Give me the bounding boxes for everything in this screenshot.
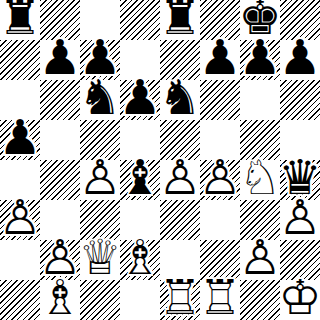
- square-c3[interactable]: [80, 200, 120, 240]
- square-g3[interactable]: [240, 200, 280, 240]
- square-a6[interactable]: [0, 80, 40, 120]
- square-d1[interactable]: [120, 280, 160, 320]
- square-h3[interactable]: ♟♙: [280, 200, 320, 240]
- square-e7[interactable]: [160, 40, 200, 80]
- square-a2[interactable]: [0, 240, 40, 280]
- square-g1[interactable]: [240, 280, 280, 320]
- square-f3[interactable]: [200, 200, 240, 240]
- square-g6[interactable]: [240, 80, 280, 120]
- square-c2[interactable]: ♛♕: [80, 240, 120, 280]
- black-pawn: ♟♟: [118, 77, 161, 117]
- square-f8[interactable]: [200, 0, 240, 40]
- white-pawn: ♟♙: [238, 237, 281, 277]
- black-king: ♚♚: [238, 0, 281, 37]
- square-h4[interactable]: ♛♛: [280, 160, 320, 200]
- black-queen: ♛♛: [278, 157, 320, 197]
- square-d7[interactable]: [120, 40, 160, 80]
- white-pawn: ♟♙: [198, 157, 241, 197]
- square-c7[interactable]: ♟♟: [80, 40, 120, 80]
- square-d2[interactable]: ♝♗: [120, 240, 160, 280]
- square-c1[interactable]: [80, 280, 120, 320]
- square-b1[interactable]: ♝♗: [40, 280, 80, 320]
- square-f2[interactable]: [200, 240, 240, 280]
- white-pawn: ♟♙: [38, 237, 81, 277]
- square-e5[interactable]: [160, 120, 200, 160]
- square-h5[interactable]: [280, 120, 320, 160]
- square-e6[interactable]: ♞♞: [160, 80, 200, 120]
- square-a5[interactable]: ♟♟: [0, 120, 40, 160]
- white-pawn: ♟♙: [158, 157, 201, 197]
- square-f5[interactable]: [200, 120, 240, 160]
- black-rook: ♜♜: [158, 0, 201, 37]
- black-pawn: ♟♟: [278, 37, 320, 77]
- white-queen: ♛♕: [78, 237, 121, 277]
- square-g8[interactable]: ♚♚: [240, 0, 280, 40]
- square-e1[interactable]: ♜♖: [160, 280, 200, 320]
- white-pawn: ♟♙: [78, 157, 121, 197]
- square-g4[interactable]: ♞♘: [240, 160, 280, 200]
- square-b2[interactable]: ♟♙: [40, 240, 80, 280]
- white-king: ♚♔: [278, 277, 320, 317]
- white-rook: ♜♖: [158, 277, 201, 317]
- square-b7[interactable]: ♟♟: [40, 40, 80, 80]
- square-e4[interactable]: ♟♙: [160, 160, 200, 200]
- square-d5[interactable]: [120, 120, 160, 160]
- square-h2[interactable]: [280, 240, 320, 280]
- square-d8[interactable]: [120, 0, 160, 40]
- square-c4[interactable]: ♟♙: [80, 160, 120, 200]
- white-knight: ♞♘: [238, 157, 281, 197]
- square-f7[interactable]: ♟♟: [200, 40, 240, 80]
- black-pawn: ♟♟: [0, 117, 42, 157]
- white-rook: ♜♖: [198, 277, 241, 317]
- chess-board: ♜♜♜♜♚♚♟♟♟♟♟♟♟♟♟♟♞♞♟♟♞♞♟♟♟♙♝♝♟♙♟♙♞♘♛♛♟♙♟♙…: [0, 0, 320, 320]
- white-bishop: ♝♗: [38, 277, 81, 317]
- square-g2[interactable]: ♟♙: [240, 240, 280, 280]
- square-a4[interactable]: [0, 160, 40, 200]
- square-e8[interactable]: ♜♜: [160, 0, 200, 40]
- square-a7[interactable]: [0, 40, 40, 80]
- black-bishop: ♝♝: [118, 157, 161, 197]
- square-h6[interactable]: [280, 80, 320, 120]
- black-pawn: ♟♟: [198, 37, 241, 77]
- square-e2[interactable]: [160, 240, 200, 280]
- square-b5[interactable]: [40, 120, 80, 160]
- black-pawn: ♟♟: [238, 37, 281, 77]
- square-e3[interactable]: [160, 200, 200, 240]
- black-knight: ♞♞: [78, 77, 121, 117]
- square-f6[interactable]: [200, 80, 240, 120]
- white-pawn: ♟♙: [278, 197, 320, 237]
- square-h1[interactable]: ♚♔: [280, 280, 320, 320]
- square-d3[interactable]: [120, 200, 160, 240]
- square-c5[interactable]: [80, 120, 120, 160]
- square-h8[interactable]: [280, 0, 320, 40]
- square-f4[interactable]: ♟♙: [200, 160, 240, 200]
- square-c6[interactable]: ♞♞: [80, 80, 120, 120]
- black-knight: ♞♞: [158, 77, 201, 117]
- white-bishop: ♝♗: [118, 237, 161, 277]
- square-a1[interactable]: [0, 280, 40, 320]
- square-f1[interactable]: ♜♖: [200, 280, 240, 320]
- square-g7[interactable]: ♟♟: [240, 40, 280, 80]
- black-pawn: ♟♟: [38, 37, 81, 77]
- square-a3[interactable]: ♟♙: [0, 200, 40, 240]
- square-b8[interactable]: [40, 0, 80, 40]
- square-b6[interactable]: [40, 80, 80, 120]
- square-b4[interactable]: [40, 160, 80, 200]
- square-d6[interactable]: ♟♟: [120, 80, 160, 120]
- white-pawn: ♟♙: [0, 197, 42, 237]
- square-c8[interactable]: [80, 0, 120, 40]
- square-a8[interactable]: ♜♜: [0, 0, 40, 40]
- square-g5[interactable]: [240, 120, 280, 160]
- square-b3[interactable]: [40, 200, 80, 240]
- square-h7[interactable]: ♟♟: [280, 40, 320, 80]
- square-d4[interactable]: ♝♝: [120, 160, 160, 200]
- black-rook: ♜♜: [0, 0, 42, 37]
- black-pawn: ♟♟: [78, 37, 121, 77]
